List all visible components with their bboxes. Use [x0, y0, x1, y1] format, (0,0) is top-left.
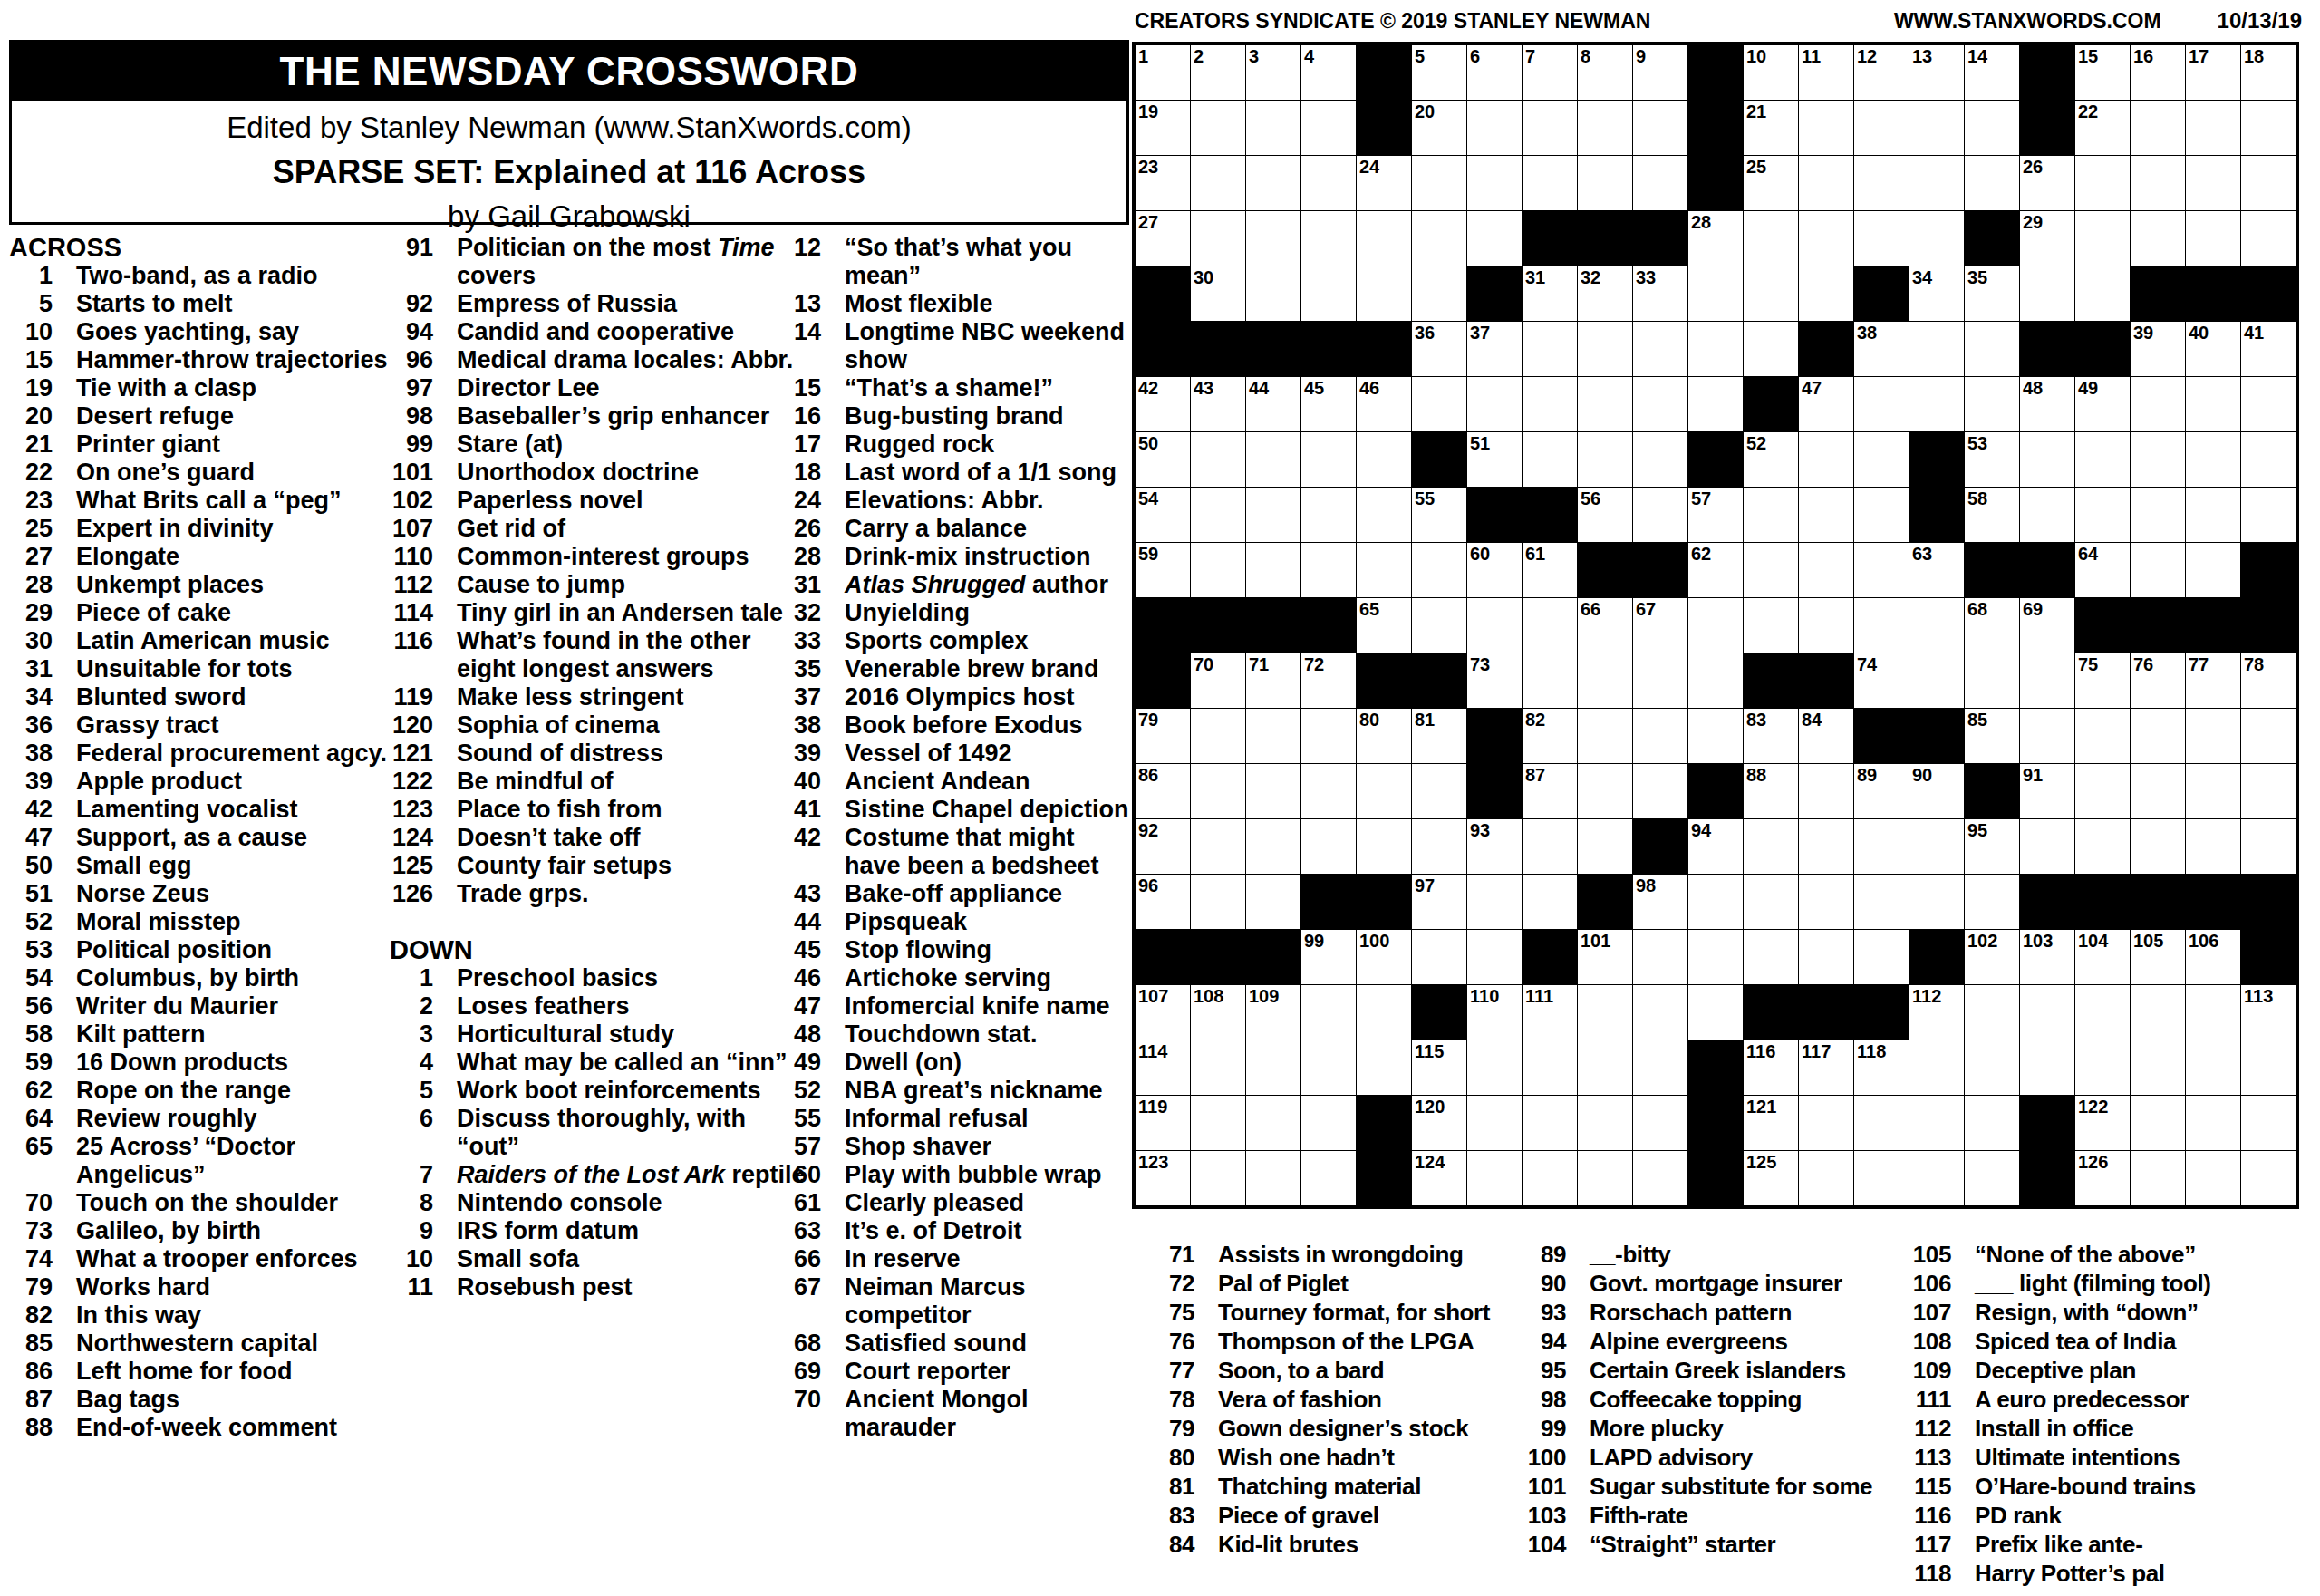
grid-cell[interactable]: 96 [1136, 875, 1190, 929]
grid-cell[interactable] [1522, 432, 1577, 487]
grid-cell[interactable]: 19 [1136, 101, 1190, 155]
grid-cell[interactable] [1301, 764, 1356, 818]
grid-cell[interactable] [1522, 819, 1577, 874]
grid-cell[interactable] [2131, 985, 2185, 1040]
grid-cell[interactable]: 26 [2020, 156, 2074, 210]
grid-cell[interactable] [1578, 432, 1632, 487]
grid-cell[interactable]: 14 [1965, 45, 2019, 100]
grid-cell[interactable]: 105 [2131, 930, 2185, 984]
grid-cell[interactable]: 39 [2131, 322, 2185, 376]
grid-cell[interactable] [2186, 1151, 2240, 1205]
grid-cell[interactable] [2241, 156, 2296, 210]
grid-cell[interactable] [1467, 930, 1522, 984]
grid-cell[interactable] [2186, 1096, 2240, 1150]
grid-cell[interactable]: 57 [1688, 488, 1743, 542]
grid-cell[interactable] [2075, 266, 2130, 321]
grid-cell[interactable] [1854, 377, 1909, 431]
grid-cell[interactable] [1412, 156, 1466, 210]
grid-cell[interactable] [1357, 543, 1411, 597]
grid-cell[interactable]: 38 [1854, 322, 1909, 376]
grid-cell[interactable] [2241, 709, 2296, 763]
grid-cell[interactable] [1191, 156, 1245, 210]
grid-cell[interactable]: 94 [1688, 819, 1743, 874]
grid-cell[interactable]: 119 [1136, 1096, 1190, 1150]
grid-cell[interactable] [1246, 764, 1300, 818]
grid-cell[interactable]: 95 [1965, 819, 2019, 874]
grid-cell[interactable] [1301, 101, 1356, 155]
grid-cell[interactable]: 65 [1357, 598, 1411, 653]
grid-cell[interactable] [1799, 819, 1853, 874]
grid-cell[interactable] [2020, 432, 2074, 487]
grid-cell[interactable] [1301, 1096, 1356, 1150]
grid-cell[interactable] [1412, 598, 1466, 653]
grid-cell[interactable] [1633, 432, 1687, 487]
grid-cell[interactable]: 21 [1744, 101, 1798, 155]
grid-cell[interactable] [2186, 819, 2240, 874]
grid-cell[interactable] [1854, 1151, 1909, 1205]
grid-cell[interactable] [2131, 156, 2185, 210]
grid-cell[interactable] [1744, 875, 1798, 929]
grid-cell[interactable] [1246, 211, 1300, 266]
grid-cell[interactable] [2241, 764, 2296, 818]
grid-cell[interactable]: 97 [1412, 875, 1466, 929]
grid-cell[interactable] [1688, 377, 1743, 431]
grid-cell[interactable] [1412, 764, 1466, 818]
grid-cell[interactable] [2241, 1096, 2296, 1150]
grid-cell[interactable] [2186, 709, 2240, 763]
grid-cell[interactable]: 80 [1357, 709, 1411, 763]
grid-cell[interactable]: 28 [1688, 211, 1743, 266]
grid-cell[interactable] [1965, 322, 2019, 376]
grid-cell[interactable] [1522, 322, 1577, 376]
grid-cell[interactable]: 40 [2186, 322, 2240, 376]
grid-cell[interactable]: 123 [1136, 1151, 1190, 1205]
grid-cell[interactable] [2241, 211, 2296, 266]
grid-cell[interactable] [1578, 1096, 1632, 1150]
grid-cell[interactable]: 56 [1578, 488, 1632, 542]
grid-cell[interactable] [2075, 764, 2130, 818]
grid-cell[interactable]: 62 [1688, 543, 1743, 597]
grid-cell[interactable]: 36 [1412, 322, 1466, 376]
grid-cell[interactable] [2131, 377, 2185, 431]
grid-cell[interactable] [1357, 432, 1411, 487]
grid-cell[interactable] [1854, 598, 1909, 653]
grid-cell[interactable]: 92 [1136, 819, 1190, 874]
grid-cell[interactable] [1633, 488, 1687, 542]
grid-cell[interactable] [1357, 211, 1411, 266]
grid-cell[interactable] [1799, 488, 1853, 542]
grid-cell[interactable] [1191, 432, 1245, 487]
grid-cell[interactable] [1522, 598, 1577, 653]
grid-cell[interactable]: 88 [1744, 764, 1798, 818]
grid-cell[interactable] [1688, 875, 1743, 929]
grid-cell[interactable]: 1 [1136, 45, 1190, 100]
grid-cell[interactable]: 41 [2241, 322, 2296, 376]
grid-cell[interactable]: 113 [2241, 985, 2296, 1040]
grid-cell[interactable] [1799, 211, 1853, 266]
grid-cell[interactable]: 33 [1633, 266, 1687, 321]
grid-cell[interactable] [1246, 266, 1300, 321]
grid-cell[interactable] [2131, 709, 2185, 763]
grid-cell[interactable] [1301, 543, 1356, 597]
grid-cell[interactable] [2186, 488, 2240, 542]
grid-cell[interactable] [1301, 156, 1356, 210]
grid-cell[interactable]: 110 [1467, 985, 1522, 1040]
grid-cell[interactable] [2186, 432, 2240, 487]
grid-cell[interactable] [1965, 101, 2019, 155]
grid-cell[interactable] [2131, 1151, 2185, 1205]
grid-cell[interactable]: 32 [1578, 266, 1632, 321]
grid-cell[interactable]: 30 [1191, 266, 1245, 321]
grid-cell[interactable]: 16 [2131, 45, 2185, 100]
grid-cell[interactable] [2075, 819, 2130, 874]
grid-cell[interactable]: 25 [1744, 156, 1798, 210]
grid-cell[interactable] [1909, 598, 1964, 653]
grid-cell[interactable] [2075, 156, 2130, 210]
grid-cell[interactable] [1246, 709, 1300, 763]
grid-cell[interactable] [1744, 543, 1798, 597]
grid-cell[interactable]: 20 [1412, 101, 1466, 155]
grid-cell[interactable] [1799, 543, 1853, 597]
grid-cell[interactable]: 66 [1578, 598, 1632, 653]
grid-cell[interactable]: 61 [1522, 543, 1577, 597]
grid-cell[interactable] [1301, 1151, 1356, 1205]
grid-cell[interactable] [1854, 488, 1909, 542]
grid-cell[interactable] [1633, 1096, 1687, 1150]
grid-cell[interactable] [1909, 211, 1964, 266]
grid-cell[interactable] [1633, 1040, 1687, 1095]
grid-cell[interactable] [1633, 930, 1687, 984]
grid-cell[interactable]: 2 [1191, 45, 1245, 100]
grid-cell[interactable]: 90 [1909, 764, 1964, 818]
grid-cell[interactable] [2020, 1040, 2074, 1095]
grid-cell[interactable]: 125 [1744, 1151, 1798, 1205]
grid-cell[interactable] [2241, 819, 2296, 874]
grid-cell[interactable] [1854, 1096, 1909, 1150]
grid-cell[interactable] [1578, 101, 1632, 155]
grid-cell[interactable] [1191, 764, 1245, 818]
grid-cell[interactable] [1578, 156, 1632, 210]
grid-cell[interactable] [2020, 985, 2074, 1040]
grid-cell[interactable]: 76 [2131, 653, 2185, 708]
grid-cell[interactable]: 124 [1412, 1151, 1466, 1205]
grid-cell[interactable] [1301, 211, 1356, 266]
grid-cell[interactable] [1246, 875, 1300, 929]
grid-cell[interactable] [1799, 764, 1853, 818]
grid-cell[interactable]: 115 [1412, 1040, 1466, 1095]
grid-cell[interactable] [1688, 930, 1743, 984]
grid-cell[interactable] [1412, 543, 1466, 597]
grid-cell[interactable] [1578, 709, 1632, 763]
grid-cell[interactable] [1246, 543, 1300, 597]
grid-cell[interactable]: 84 [1799, 709, 1853, 763]
grid-cell[interactable]: 11 [1799, 45, 1853, 100]
grid-cell[interactable]: 109 [1246, 985, 1300, 1040]
grid-cell[interactable]: 98 [1633, 875, 1687, 929]
grid-cell[interactable]: 53 [1965, 432, 2019, 487]
grid-cell[interactable]: 72 [1301, 653, 1356, 708]
grid-cell[interactable] [1909, 875, 1964, 929]
grid-cell[interactable] [1522, 875, 1577, 929]
grid-cell[interactable]: 50 [1136, 432, 1190, 487]
grid-cell[interactable] [2131, 488, 2185, 542]
grid-cell[interactable] [1578, 322, 1632, 376]
grid-cell[interactable] [2241, 1151, 2296, 1205]
grid-cell[interactable]: 104 [2075, 930, 2130, 984]
grid-cell[interactable]: 13 [1909, 45, 1964, 100]
grid-cell[interactable] [1191, 543, 1245, 597]
grid-cell[interactable] [1357, 819, 1411, 874]
grid-cell[interactable] [1357, 985, 1411, 1040]
grid-cell[interactable]: 86 [1136, 764, 1190, 818]
grid-cell[interactable] [1909, 377, 1964, 431]
grid-cell[interactable]: 114 [1136, 1040, 1190, 1095]
grid-cell[interactable] [2075, 985, 2130, 1040]
grid-cell[interactable] [2131, 211, 2185, 266]
grid-cell[interactable]: 111 [1522, 985, 1577, 1040]
grid-cell[interactable] [1246, 156, 1300, 210]
grid-cell[interactable] [1744, 598, 1798, 653]
grid-cell[interactable]: 85 [1965, 709, 2019, 763]
grid-cell[interactable] [2075, 1040, 2130, 1095]
grid-cell[interactable] [1965, 1096, 2019, 1150]
grid-cell[interactable] [1522, 653, 1577, 708]
grid-cell[interactable]: 112 [1909, 985, 1964, 1040]
grid-cell[interactable]: 107 [1136, 985, 1190, 1040]
grid-cell[interactable]: 7 [1522, 45, 1577, 100]
grid-cell[interactable] [1301, 266, 1356, 321]
grid-cell[interactable] [1578, 1151, 1632, 1205]
grid-cell[interactable] [2075, 211, 2130, 266]
grid-cell[interactable] [1301, 985, 1356, 1040]
grid-cell[interactable] [2241, 1040, 2296, 1095]
grid-cell[interactable] [1522, 1040, 1577, 1095]
grid-cell[interactable] [1688, 985, 1743, 1040]
grid-cell[interactable] [1191, 1096, 1245, 1150]
grid-cell[interactable] [1191, 709, 1245, 763]
grid-cell[interactable] [1688, 266, 1743, 321]
grid-cell[interactable] [1467, 598, 1522, 653]
grid-cell[interactable] [1246, 432, 1300, 487]
grid-cell[interactable] [2186, 1040, 2240, 1095]
grid-cell[interactable] [1246, 1040, 1300, 1095]
grid-cell[interactable] [2131, 101, 2185, 155]
grid-cell[interactable] [1854, 819, 1909, 874]
grid-cell[interactable]: 83 [1744, 709, 1798, 763]
grid-cell[interactable] [1744, 266, 1798, 321]
grid-cell[interactable] [1633, 101, 1687, 155]
grid-cell[interactable]: 120 [1412, 1096, 1466, 1150]
grid-cell[interactable] [1799, 432, 1853, 487]
grid-cell[interactable] [1965, 377, 2019, 431]
grid-cell[interactable]: 59 [1136, 543, 1190, 597]
grid-cell[interactable] [2075, 488, 2130, 542]
grid-cell[interactable]: 17 [2186, 45, 2240, 100]
grid-cell[interactable] [1799, 598, 1853, 653]
grid-cell[interactable]: 71 [1246, 653, 1300, 708]
grid-cell[interactable]: 81 [1412, 709, 1466, 763]
grid-cell[interactable]: 12 [1854, 45, 1909, 100]
grid-cell[interactable]: 99 [1301, 930, 1356, 984]
grid-cell[interactable] [1633, 322, 1687, 376]
grid-cell[interactable] [1854, 156, 1909, 210]
grid-cell[interactable] [1799, 875, 1853, 929]
grid-cell[interactable] [2186, 101, 2240, 155]
grid-cell[interactable]: 58 [1965, 488, 2019, 542]
grid-cell[interactable] [1965, 156, 2019, 210]
grid-cell[interactable]: 78 [2241, 653, 2296, 708]
grid-cell[interactable] [1412, 266, 1466, 321]
grid-cell[interactable] [1412, 819, 1466, 874]
grid-cell[interactable] [1246, 819, 1300, 874]
grid-cell[interactable]: 35 [1965, 266, 2019, 321]
grid-cell[interactable] [1357, 764, 1411, 818]
grid-cell[interactable]: 5 [1412, 45, 1466, 100]
grid-cell[interactable] [1854, 875, 1909, 929]
grid-cell[interactable]: 100 [1357, 930, 1411, 984]
grid-cell[interactable]: 23 [1136, 156, 1190, 210]
grid-cell[interactable] [1467, 156, 1522, 210]
grid-cell[interactable]: 60 [1467, 543, 1522, 597]
grid-cell[interactable]: 49 [2075, 377, 2130, 431]
grid-cell[interactable] [1191, 819, 1245, 874]
grid-cell[interactable] [1909, 1040, 1964, 1095]
grid-cell[interactable] [1522, 156, 1577, 210]
grid-cell[interactable] [1965, 985, 2019, 1040]
grid-cell[interactable] [1301, 488, 1356, 542]
grid-cell[interactable] [1909, 653, 1964, 708]
grid-cell[interactable] [1412, 377, 1466, 431]
grid-cell[interactable] [1854, 101, 1909, 155]
grid-cell[interactable] [1467, 101, 1522, 155]
grid-cell[interactable] [1522, 1151, 1577, 1205]
grid-cell[interactable] [2186, 156, 2240, 210]
grid-cell[interactable]: 106 [2186, 930, 2240, 984]
grid-cell[interactable]: 70 [1191, 653, 1245, 708]
grid-cell[interactable] [2131, 819, 2185, 874]
grid-cell[interactable] [1578, 985, 1632, 1040]
grid-cell[interactable] [1578, 653, 1632, 708]
grid-cell[interactable] [1965, 875, 2019, 929]
grid-cell[interactable] [2186, 377, 2240, 431]
grid-cell[interactable] [1744, 488, 1798, 542]
grid-cell[interactable]: 51 [1467, 432, 1522, 487]
grid-cell[interactable] [1633, 764, 1687, 818]
grid-cell[interactable] [1412, 930, 1466, 984]
grid-cell[interactable] [1357, 488, 1411, 542]
grid-cell[interactable] [2241, 432, 2296, 487]
grid-cell[interactable] [1191, 488, 1245, 542]
grid-cell[interactable]: 43 [1191, 377, 1245, 431]
grid-cell[interactable]: 126 [2075, 1151, 2130, 1205]
grid-cell[interactable] [2131, 764, 2185, 818]
grid-cell[interactable]: 15 [2075, 45, 2130, 100]
grid-cell[interactable]: 89 [1854, 764, 1909, 818]
grid-cell[interactable] [1633, 653, 1687, 708]
grid-cell[interactable]: 68 [1965, 598, 2019, 653]
grid-cell[interactable] [1246, 1151, 1300, 1205]
grid-cell[interactable] [1909, 1096, 1964, 1150]
grid-cell[interactable] [1909, 322, 1964, 376]
grid-cell[interactable] [1191, 1151, 1245, 1205]
grid-cell[interactable] [1467, 377, 1522, 431]
grid-cell[interactable]: 6 [1467, 45, 1522, 100]
grid-cell[interactable]: 27 [1136, 211, 1190, 266]
grid-cell[interactable]: 9 [1633, 45, 1687, 100]
grid-cell[interactable] [1578, 1040, 1632, 1095]
grid-cell[interactable]: 93 [1467, 819, 1522, 874]
grid-cell[interactable] [2186, 985, 2240, 1040]
grid-cell[interactable] [1688, 709, 1743, 763]
grid-cell[interactable] [1799, 1151, 1853, 1205]
grid-cell[interactable] [1578, 819, 1632, 874]
grid-cell[interactable] [1965, 1151, 2019, 1205]
grid-cell[interactable] [1744, 819, 1798, 874]
grid-cell[interactable] [1688, 322, 1743, 376]
grid-cell[interactable] [2075, 432, 2130, 487]
grid-cell[interactable] [1301, 819, 1356, 874]
grid-cell[interactable]: 121 [1744, 1096, 1798, 1150]
grid-cell[interactable]: 52 [1744, 432, 1798, 487]
grid-cell[interactable] [1633, 377, 1687, 431]
grid-cell[interactable] [1191, 1040, 1245, 1095]
grid-cell[interactable]: 47 [1799, 377, 1853, 431]
grid-cell[interactable] [1854, 930, 1909, 984]
grid-cell[interactable] [2131, 1040, 2185, 1095]
grid-cell[interactable]: 55 [1412, 488, 1466, 542]
grid-cell[interactable]: 45 [1301, 377, 1356, 431]
grid-cell[interactable]: 122 [2075, 1096, 2130, 1150]
grid-cell[interactable] [1633, 709, 1687, 763]
grid-cell[interactable]: 46 [1357, 377, 1411, 431]
grid-cell[interactable] [1909, 1151, 1964, 1205]
grid-cell[interactable]: 102 [1965, 930, 2019, 984]
grid-cell[interactable] [1744, 211, 1798, 266]
grid-cell[interactable]: 103 [2020, 930, 2074, 984]
grid-cell[interactable] [2186, 543, 2240, 597]
grid-cell[interactable] [1909, 156, 1964, 210]
grid-cell[interactable]: 91 [2020, 764, 2074, 818]
grid-cell[interactable]: 18 [2241, 45, 2296, 100]
grid-cell[interactable]: 31 [1522, 266, 1577, 321]
grid-cell[interactable] [2020, 653, 2074, 708]
grid-cell[interactable] [1909, 101, 1964, 155]
grid-cell[interactable] [1357, 266, 1411, 321]
grid-cell[interactable] [1467, 875, 1522, 929]
grid-cell[interactable] [1965, 653, 2019, 708]
grid-cell[interactable]: 69 [2020, 598, 2074, 653]
grid-cell[interactable]: 48 [2020, 377, 2074, 431]
grid-cell[interactable] [1246, 1096, 1300, 1150]
grid-cell[interactable]: 44 [1246, 377, 1300, 431]
grid-cell[interactable] [1633, 156, 1687, 210]
grid-cell[interactable] [1578, 377, 1632, 431]
grid-cell[interactable]: 64 [2075, 543, 2130, 597]
grid-cell[interactable] [1522, 101, 1577, 155]
grid-cell[interactable] [1246, 101, 1300, 155]
grid-cell[interactable] [1246, 488, 1300, 542]
grid-cell[interactable] [1191, 211, 1245, 266]
grid-cell[interactable]: 10 [1744, 45, 1798, 100]
grid-cell[interactable] [2075, 709, 2130, 763]
grid-cell[interactable]: 42 [1136, 377, 1190, 431]
grid-cell[interactable] [2241, 377, 2296, 431]
grid-cell[interactable] [1909, 819, 1964, 874]
grid-cell[interactable] [1744, 930, 1798, 984]
grid-cell[interactable] [1799, 156, 1853, 210]
grid-cell[interactable] [1799, 930, 1853, 984]
grid-cell[interactable]: 77 [2186, 653, 2240, 708]
